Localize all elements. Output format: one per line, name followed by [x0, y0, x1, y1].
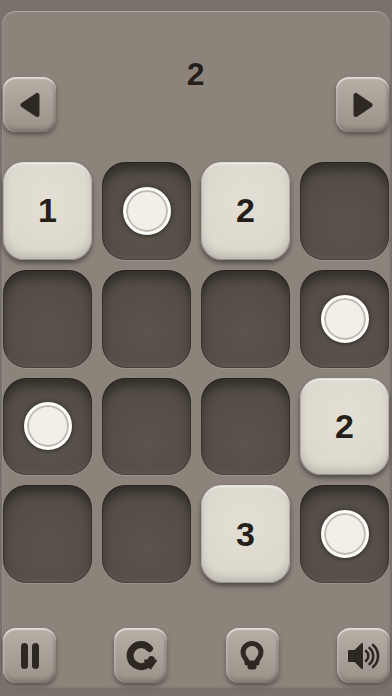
level-number: 2 [0, 56, 392, 93]
sound-button[interactable] [337, 628, 390, 683]
dot-token [321, 510, 369, 558]
next-level-button[interactable] [336, 77, 389, 132]
pause-button[interactable] [3, 628, 56, 683]
tile-r4c2-empty[interactable] [102, 485, 191, 583]
tile-number: 1 [38, 191, 57, 230]
tile-number: 3 [236, 515, 255, 554]
restart-button[interactable] [114, 628, 167, 683]
tile-r2c2-empty[interactable] [102, 270, 191, 368]
tile-r1c2-dot[interactable] [102, 162, 191, 260]
tile-r4c4-dot[interactable] [300, 485, 389, 583]
dot-token [321, 295, 369, 343]
tile-r1c1-number[interactable]: 1 [3, 162, 92, 260]
tile-number: 2 [236, 191, 255, 230]
tile-r4c1-empty[interactable] [3, 485, 92, 583]
game-screen: 2 1223 [0, 0, 392, 696]
dot-token [123, 187, 171, 235]
hint-button[interactable] [226, 628, 279, 683]
tile-r3c4-number[interactable]: 2 [300, 378, 389, 476]
bottom-toolbar [3, 628, 390, 683]
board-grid: 1223 [3, 162, 389, 583]
tile-r1c3-number[interactable]: 2 [201, 162, 290, 260]
tile-r1c4-empty[interactable] [300, 162, 389, 260]
tile-r2c3-empty[interactable] [201, 270, 290, 368]
previous-level-button[interactable] [3, 77, 56, 132]
restart-icon [123, 638, 159, 674]
left-arrow-icon [13, 88, 47, 122]
tile-r3c3-empty[interactable] [201, 378, 290, 476]
speaker-icon [345, 638, 381, 674]
dot-token [24, 402, 72, 450]
tile-r2c1-empty[interactable] [3, 270, 92, 368]
tile-r3c1-dot[interactable] [3, 378, 92, 476]
pause-icon [13, 639, 47, 673]
tile-r3c2-empty[interactable] [102, 378, 191, 476]
tile-r2c4-dot[interactable] [300, 270, 389, 368]
right-arrow-icon [346, 88, 380, 122]
lightbulb-icon [235, 639, 269, 673]
tile-r4c3-number[interactable]: 3 [201, 485, 290, 583]
tile-number: 2 [335, 407, 354, 446]
